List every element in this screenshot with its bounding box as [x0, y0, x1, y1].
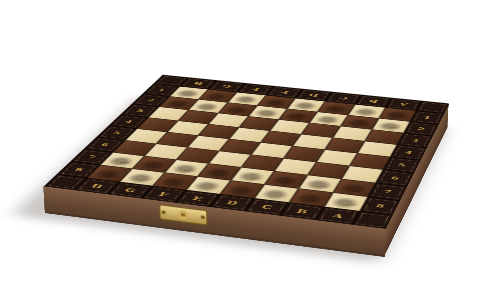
- knight-glyph: ♞: [122, 143, 157, 182]
- rook-glyph: ♜: [91, 142, 123, 178]
- product-photo-scene: HGFEDCBAHGFEDCBA1234567812345678 ♜♞♝♛♚♝♞…: [0, 0, 480, 296]
- chess-board: HGFEDCBAHGFEDCBA1234567812345678 ♜♞♝♛♚♝♞…: [44, 75, 449, 229]
- brass-latch: [159, 204, 207, 225]
- rook-glyph: ♜: [327, 170, 361, 208]
- knight-glyph: ♞: [291, 162, 327, 203]
- bishop-glyph: ♝: [254, 154, 294, 199]
